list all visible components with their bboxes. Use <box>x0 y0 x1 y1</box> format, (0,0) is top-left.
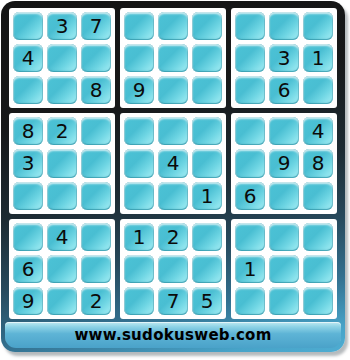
cell-r9c4[interactable] <box>124 287 154 315</box>
cell-r9c2[interactable] <box>47 287 77 315</box>
cell-r6c2[interactable] <box>47 182 77 210</box>
cell-r2c9[interactable]: 1 <box>303 44 333 72</box>
cell-r8c3[interactable] <box>81 255 111 283</box>
cell-r1c3[interactable]: 7 <box>81 12 111 40</box>
cell-r2c6[interactable] <box>192 44 222 72</box>
cell-r6c9[interactable] <box>303 182 333 210</box>
sudoku-box-4: 823 <box>9 113 115 213</box>
cell-r5c4[interactable] <box>124 149 154 177</box>
cell-r6c7[interactable]: 6 <box>235 182 265 210</box>
cell-r1c8[interactable] <box>269 12 299 40</box>
cell-r1c5[interactable] <box>158 12 188 40</box>
cell-r8c1[interactable]: 6 <box>13 255 43 283</box>
cell-r9c3[interactable]: 2 <box>81 287 111 315</box>
cell-r3c2[interactable] <box>47 76 77 104</box>
cell-r2c7[interactable] <box>235 44 265 72</box>
cell-r3c6[interactable] <box>192 76 222 104</box>
cell-r9c7[interactable] <box>235 287 265 315</box>
cell-r7c9[interactable] <box>303 223 333 251</box>
cell-r5c3[interactable] <box>81 149 111 177</box>
cell-r4c9[interactable]: 4 <box>303 117 333 145</box>
cell-r2c1[interactable]: 4 <box>13 44 43 72</box>
footer-band: www.sudokusweb.com <box>5 322 341 348</box>
sudoku-box-7: 4692 <box>9 219 115 319</box>
cell-r8c9[interactable] <box>303 255 333 283</box>
cell-r7c4[interactable]: 1 <box>124 223 154 251</box>
cell-r3c1[interactable] <box>13 76 43 104</box>
cell-r6c4[interactable] <box>124 182 154 210</box>
cell-r2c2[interactable] <box>47 44 77 72</box>
cell-r8c4[interactable] <box>124 255 154 283</box>
sudoku-board: 3748 9 316 823 41 4986 4692 1275 1 <box>9 8 337 319</box>
site-link[interactable]: www.sudokusweb.com <box>74 326 271 344</box>
cell-r1c1[interactable] <box>13 12 43 40</box>
sudoku-box-8: 1275 <box>120 219 226 319</box>
cell-r7c8[interactable] <box>269 223 299 251</box>
cell-r7c7[interactable] <box>235 223 265 251</box>
cell-r7c3[interactable] <box>81 223 111 251</box>
cell-r1c9[interactable] <box>303 12 333 40</box>
cell-r4c5[interactable] <box>158 117 188 145</box>
cell-r7c2[interactable]: 4 <box>47 223 77 251</box>
cell-r5c1[interactable]: 3 <box>13 149 43 177</box>
cell-r4c7[interactable] <box>235 117 265 145</box>
cell-r4c4[interactable] <box>124 117 154 145</box>
cell-r3c5[interactable] <box>158 76 188 104</box>
cell-r8c5[interactable] <box>158 255 188 283</box>
cell-r8c2[interactable] <box>47 255 77 283</box>
cell-r1c6[interactable] <box>192 12 222 40</box>
sudoku-box-9: 1 <box>231 219 337 319</box>
cell-r9c1[interactable]: 9 <box>13 287 43 315</box>
cell-r5c9[interactable]: 8 <box>303 149 333 177</box>
cell-r3c4[interactable]: 9 <box>124 76 154 104</box>
cell-r5c7[interactable] <box>235 149 265 177</box>
cell-r4c1[interactable]: 8 <box>13 117 43 145</box>
cell-r6c3[interactable] <box>81 182 111 210</box>
cell-r5c5[interactable]: 4 <box>158 149 188 177</box>
cell-r4c6[interactable] <box>192 117 222 145</box>
cell-r8c8[interactable] <box>269 255 299 283</box>
cell-r7c1[interactable] <box>13 223 43 251</box>
cell-r5c2[interactable] <box>47 149 77 177</box>
cell-r3c7[interactable] <box>235 76 265 104</box>
cell-r5c6[interactable] <box>192 149 222 177</box>
cell-r9c5[interactable]: 7 <box>158 287 188 315</box>
cell-r8c6[interactable] <box>192 255 222 283</box>
sudoku-box-3: 316 <box>231 8 337 108</box>
cell-r1c4[interactable] <box>124 12 154 40</box>
board-plaque: 3748 9 316 823 41 4986 4692 1275 1 www.s… <box>1 1 345 352</box>
cell-r4c3[interactable] <box>81 117 111 145</box>
cell-r9c6[interactable]: 5 <box>192 287 222 315</box>
cell-r4c2[interactable]: 2 <box>47 117 77 145</box>
cell-r2c5[interactable] <box>158 44 188 72</box>
cell-r6c1[interactable] <box>13 182 43 210</box>
cell-r5c8[interactable]: 9 <box>269 149 299 177</box>
cell-r9c8[interactable] <box>269 287 299 315</box>
cell-r1c2[interactable]: 3 <box>47 12 77 40</box>
sudoku-box-2: 9 <box>120 8 226 108</box>
cell-r6c8[interactable] <box>269 182 299 210</box>
cell-r6c6[interactable]: 1 <box>192 182 222 210</box>
cell-r2c3[interactable] <box>81 44 111 72</box>
cell-r4c8[interactable] <box>269 117 299 145</box>
cell-r2c4[interactable] <box>124 44 154 72</box>
sudoku-box-1: 3748 <box>9 8 115 108</box>
cell-r6c5[interactable] <box>158 182 188 210</box>
cell-r3c8[interactable]: 6 <box>269 76 299 104</box>
cell-r8c7[interactable]: 1 <box>235 255 265 283</box>
cell-r1c7[interactable] <box>235 12 265 40</box>
cell-r7c6[interactable] <box>192 223 222 251</box>
sudoku-box-5: 41 <box>120 113 226 213</box>
cell-r2c8[interactable]: 3 <box>269 44 299 72</box>
cell-r3c9[interactable] <box>303 76 333 104</box>
cell-r3c3[interactable]: 8 <box>81 76 111 104</box>
cell-r9c9[interactable] <box>303 287 333 315</box>
cell-r7c5[interactable]: 2 <box>158 223 188 251</box>
sudoku-box-6: 4986 <box>231 113 337 213</box>
